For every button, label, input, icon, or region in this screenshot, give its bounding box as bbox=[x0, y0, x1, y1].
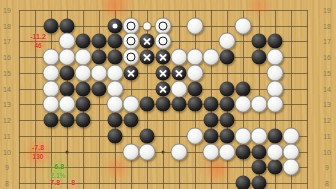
black-stone bbox=[124, 113, 139, 128]
black-stone bbox=[92, 81, 107, 96]
white-stone bbox=[171, 143, 188, 160]
analysis-heatmap-blob bbox=[105, 156, 129, 180]
grid-line bbox=[307, 10, 308, 189]
black-stone bbox=[92, 50, 107, 65]
black-stone bbox=[108, 113, 123, 128]
row-label-left: 14 bbox=[3, 85, 11, 92]
x-mark-icon bbox=[127, 68, 136, 77]
row-label-right: 14 bbox=[323, 85, 331, 92]
analysis-score-annotation: -11.246 bbox=[30, 32, 46, 50]
black-stone bbox=[268, 160, 283, 175]
x-mark-icon bbox=[159, 68, 168, 77]
black-stone bbox=[188, 81, 203, 96]
black-stone bbox=[156, 50, 171, 65]
black-stone bbox=[236, 175, 251, 189]
black-stone bbox=[156, 65, 171, 80]
x-mark-icon bbox=[143, 53, 152, 62]
circle-mark-icon bbox=[159, 37, 168, 46]
black-stone bbox=[204, 128, 219, 143]
annotation-line: -7.8 bbox=[32, 143, 44, 152]
white-stone bbox=[123, 33, 140, 50]
black-stone bbox=[60, 113, 75, 128]
black-stone bbox=[76, 97, 91, 112]
black-stone bbox=[76, 34, 91, 49]
white-stone bbox=[123, 143, 140, 160]
analysis-score-annotation: -8 bbox=[69, 177, 75, 186]
x-mark-icon bbox=[159, 84, 168, 93]
black-stone bbox=[76, 113, 91, 128]
black-stone bbox=[156, 81, 171, 96]
white-stone bbox=[171, 80, 188, 97]
black-stone bbox=[124, 65, 139, 80]
row-label-left: 12 bbox=[3, 117, 11, 124]
circle-mark-icon bbox=[127, 37, 136, 46]
x-mark-icon bbox=[175, 68, 184, 77]
white-stone bbox=[107, 64, 124, 81]
black-stone bbox=[108, 18, 123, 33]
white-stone bbox=[155, 17, 172, 34]
row-label-right: 16 bbox=[323, 54, 331, 61]
annotation-line: -11.2 bbox=[30, 32, 46, 41]
black-stone bbox=[92, 34, 107, 49]
black-stone bbox=[252, 175, 267, 189]
white-stone bbox=[283, 127, 300, 144]
x-mark-icon bbox=[159, 53, 168, 62]
row-label-right: 17 bbox=[323, 38, 331, 45]
x-mark-icon bbox=[143, 37, 152, 46]
row-label-left: 17 bbox=[3, 38, 11, 45]
black-stone bbox=[268, 128, 283, 143]
row-label-right: 13 bbox=[323, 101, 331, 108]
black-stone bbox=[220, 81, 235, 96]
row-label-right: 18 bbox=[323, 22, 331, 29]
annotation-line: 130 bbox=[32, 152, 44, 161]
row-label-right: 10 bbox=[323, 148, 331, 155]
white-stone bbox=[75, 64, 92, 81]
black-stone bbox=[236, 81, 251, 96]
black-stone bbox=[172, 97, 187, 112]
circle-mark-icon bbox=[159, 21, 168, 30]
white-stone bbox=[123, 49, 140, 66]
black-stone bbox=[108, 34, 123, 49]
black-stone bbox=[252, 144, 267, 159]
analysis-heatmap-blob bbox=[247, 0, 271, 17]
white-stone bbox=[267, 64, 284, 81]
go-board[interactable]: 1919181817171616151514141313121211111010… bbox=[0, 0, 336, 189]
black-stone bbox=[268, 34, 283, 49]
white-stone bbox=[219, 33, 236, 50]
black-stone bbox=[188, 97, 203, 112]
black-stone bbox=[140, 128, 155, 143]
black-stone bbox=[220, 113, 235, 128]
row-label-right: 11 bbox=[323, 132, 330, 139]
white-stone bbox=[139, 143, 156, 160]
black-stone bbox=[44, 113, 59, 128]
white-stone bbox=[43, 80, 60, 97]
white-stone bbox=[123, 96, 140, 113]
white-stone bbox=[107, 80, 124, 97]
black-stone bbox=[44, 18, 59, 33]
circle-mark-icon bbox=[127, 21, 136, 30]
white-stone bbox=[283, 143, 300, 160]
black-stone bbox=[236, 144, 251, 159]
black-stone bbox=[204, 97, 219, 112]
row-label-left: 11 bbox=[3, 132, 10, 139]
white-stone bbox=[267, 96, 284, 113]
white-stone bbox=[43, 49, 60, 66]
row-label-left: 18 bbox=[3, 22, 11, 29]
row-label-right: 9 bbox=[325, 164, 329, 171]
white-stone bbox=[59, 96, 76, 113]
white-stone bbox=[123, 17, 140, 34]
black-stone bbox=[140, 50, 155, 65]
row-label-right: 15 bbox=[323, 69, 331, 76]
white-stone bbox=[267, 143, 284, 160]
white-stone bbox=[43, 64, 60, 81]
white-stone bbox=[187, 64, 204, 81]
white-stone bbox=[187, 49, 204, 66]
white-stone bbox=[235, 96, 252, 113]
white-stone bbox=[43, 96, 60, 113]
white-stone bbox=[235, 127, 252, 144]
star-point bbox=[66, 150, 69, 153]
white-stone bbox=[203, 143, 220, 160]
star-point bbox=[162, 150, 165, 153]
annotation-line: -7.8 bbox=[48, 177, 60, 186]
annotation-line: -8 bbox=[69, 177, 75, 186]
white-stone bbox=[251, 96, 268, 113]
white-stone bbox=[59, 33, 76, 50]
white-stone bbox=[187, 127, 204, 144]
black-stone bbox=[76, 81, 91, 96]
white-stone bbox=[267, 49, 284, 66]
white-stone bbox=[235, 17, 252, 34]
row-label-left: 9 bbox=[5, 164, 9, 171]
last-move-dot-icon bbox=[113, 23, 118, 28]
row-label-left: 13 bbox=[3, 101, 11, 108]
white-stone bbox=[107, 96, 124, 113]
row-label-left: 16 bbox=[3, 54, 11, 61]
row-label-right: 12 bbox=[323, 117, 331, 124]
annotation-line: 46 bbox=[30, 41, 46, 50]
black-stone bbox=[204, 113, 219, 128]
black-stone bbox=[220, 97, 235, 112]
black-stone bbox=[108, 128, 123, 143]
white-stone bbox=[219, 143, 236, 160]
row-label-right: 8 bbox=[325, 179, 329, 186]
black-stone bbox=[252, 50, 267, 65]
black-stone bbox=[220, 50, 235, 65]
white-stone bbox=[283, 159, 300, 176]
row-label-right: 19 bbox=[323, 7, 331, 14]
row-label-left: 19 bbox=[3, 7, 11, 14]
row-label-left: 8 bbox=[5, 179, 9, 186]
white-stone bbox=[91, 64, 108, 81]
black-stone bbox=[172, 65, 187, 80]
black-stone bbox=[108, 50, 123, 65]
black-stone bbox=[220, 128, 235, 143]
white-stone bbox=[203, 49, 220, 66]
black-stone bbox=[60, 81, 75, 96]
circle-mark-icon bbox=[127, 53, 136, 62]
black-stone bbox=[252, 160, 267, 175]
analysis-score-annotation: -7.8130 bbox=[32, 143, 44, 161]
row-label-left: 15 bbox=[3, 69, 11, 76]
point-marker-icon bbox=[143, 21, 152, 30]
black-stone bbox=[252, 34, 267, 49]
white-stone bbox=[171, 49, 188, 66]
black-stone bbox=[140, 34, 155, 49]
annotation-line: -6.8 bbox=[51, 162, 66, 171]
black-stone bbox=[140, 97, 155, 112]
white-stone bbox=[267, 80, 284, 97]
row-label-left: 10 bbox=[3, 148, 11, 155]
white-stone bbox=[59, 49, 76, 66]
white-stone bbox=[187, 17, 204, 34]
white-stone bbox=[251, 127, 268, 144]
black-stone bbox=[60, 65, 75, 80]
white-stone bbox=[75, 49, 92, 66]
black-stone bbox=[60, 18, 75, 33]
grid-line bbox=[19, 10, 20, 189]
black-stone bbox=[156, 97, 171, 112]
analysis-score-annotation: -7.8 bbox=[48, 177, 60, 186]
white-stone bbox=[155, 33, 172, 50]
